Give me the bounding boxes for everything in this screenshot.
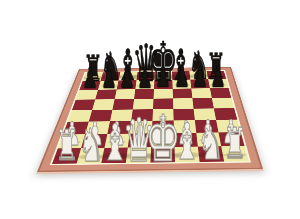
black-pawn-c7[interactable]: ♟	[119, 64, 135, 93]
white-bishop-f1[interactable]: ♝	[173, 117, 201, 167]
black-pawn-b7[interactable]: ♟	[100, 64, 116, 93]
black-pawn-h7[interactable]: ♟	[210, 63, 226, 92]
white-knight-g1[interactable]: ♞	[198, 120, 224, 166]
black-pawn-d7[interactable]: ♟	[137, 64, 153, 93]
white-knight-b1[interactable]: ♞	[78, 122, 104, 168]
white-rook-h1[interactable]: ♜	[223, 123, 246, 165]
black-pawn-a7[interactable]: ♟	[82, 65, 98, 94]
black-pawn-e7[interactable]: ♟	[155, 64, 171, 93]
square-h5[interactable]	[212, 98, 234, 109]
pieces-layer: ♜♞♝♛♚♝♞♜♟♟♟♟♟♟♟♟♟♟♟♟♟♟♟♟♜♞♝♛♚♝♞♜	[0, 0, 300, 219]
black-pawn-f7[interactable]: ♟	[174, 63, 190, 92]
square-b5[interactable]	[92, 99, 114, 110]
square-g5[interactable]	[192, 98, 213, 109]
black-pawn-g7[interactable]: ♟	[192, 63, 208, 92]
chess-set-photo: ♜♞♝♛♚♝♞♜♟♟♟♟♟♟♟♟♟♟♟♟♟♟♟♟♜♞♝♛♚♝♞♜	[0, 0, 300, 219]
white-rook-a1[interactable]: ♜	[55, 125, 78, 167]
